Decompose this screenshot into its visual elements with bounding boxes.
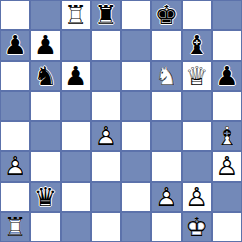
- white-pawn-icon[interactable]: ♟♙: [212, 151, 242, 181]
- square-d8[interactable]: ♜: [91, 0, 121, 30]
- black-king-icon[interactable]: ♚: [151, 0, 181, 30]
- square-g1[interactable]: ♚♔: [182, 212, 212, 242]
- square-c8[interactable]: ♜♖: [61, 0, 91, 30]
- square-h4[interactable]: ♝♗: [212, 121, 242, 151]
- black-queen-icon[interactable]: ♛: [30, 182, 60, 212]
- square-d2[interactable]: [91, 182, 121, 212]
- square-f6[interactable]: ♞♘: [151, 61, 181, 91]
- piece-outline-glyph: ♙: [91, 121, 121, 151]
- piece-outline-glyph: ♙: [0, 151, 30, 181]
- square-c7[interactable]: [61, 30, 91, 60]
- black-bishop-icon[interactable]: ♝: [182, 30, 212, 60]
- square-b7[interactable]: ♟: [30, 30, 60, 60]
- square-g8[interactable]: [182, 0, 212, 30]
- square-g5[interactable]: [182, 91, 212, 121]
- square-a2[interactable]: [0, 182, 30, 212]
- square-h6[interactable]: ♟: [212, 61, 242, 91]
- white-rook-icon[interactable]: ♜♖: [61, 0, 91, 30]
- square-d4[interactable]: ♟♙: [91, 121, 121, 151]
- black-knight-icon[interactable]: ♞: [30, 61, 60, 91]
- square-b4[interactable]: [30, 121, 60, 151]
- square-f4[interactable]: [151, 121, 181, 151]
- piece-glyph: ♝: [182, 30, 212, 60]
- square-b2[interactable]: ♛: [30, 182, 60, 212]
- square-d5[interactable]: [91, 91, 121, 121]
- square-g2[interactable]: ♟♙: [182, 182, 212, 212]
- square-a3[interactable]: ♟♙: [0, 151, 30, 181]
- square-c5[interactable]: [61, 91, 91, 121]
- piece-glyph: ♛: [30, 182, 60, 212]
- piece-outline-glyph: ♔: [182, 212, 212, 242]
- square-a8[interactable]: [0, 0, 30, 30]
- black-pawn-icon[interactable]: ♟: [61, 61, 91, 91]
- piece-outline-glyph: ♖: [0, 212, 30, 242]
- square-a4[interactable]: [0, 121, 30, 151]
- square-h7[interactable]: [212, 30, 242, 60]
- square-g7[interactable]: ♝: [182, 30, 212, 60]
- black-pawn-icon[interactable]: ♟: [30, 30, 60, 60]
- square-h2[interactable]: [212, 182, 242, 212]
- piece-glyph: ♟: [30, 30, 60, 60]
- square-e7[interactable]: [121, 30, 151, 60]
- square-f7[interactable]: [151, 30, 181, 60]
- square-f2[interactable]: ♟♙: [151, 182, 181, 212]
- square-c1[interactable]: [61, 212, 91, 242]
- square-b3[interactable]: [30, 151, 60, 181]
- square-h8[interactable]: [212, 0, 242, 30]
- square-h1[interactable]: [212, 212, 242, 242]
- piece-glyph: ♚: [151, 0, 181, 30]
- square-b1[interactable]: [30, 212, 60, 242]
- square-a7[interactable]: ♟: [0, 30, 30, 60]
- piece-outline-glyph: ♙: [212, 151, 242, 181]
- black-pawn-icon[interactable]: ♟: [212, 61, 242, 91]
- piece-outline-glyph: ♖: [61, 0, 91, 30]
- piece-outline-glyph: ♗: [212, 121, 242, 151]
- square-a5[interactable]: [0, 91, 30, 121]
- square-f8[interactable]: ♚: [151, 0, 181, 30]
- square-g4[interactable]: [182, 121, 212, 151]
- square-c2[interactable]: [61, 182, 91, 212]
- white-pawn-icon[interactable]: ♟♙: [151, 182, 181, 212]
- square-a6[interactable]: [0, 61, 30, 91]
- piece-outline-glyph: ♘: [151, 61, 181, 91]
- piece-outline-glyph: ♕: [182, 61, 212, 91]
- piece-outline-glyph: ♙: [182, 182, 212, 212]
- square-e4[interactable]: [121, 121, 151, 151]
- square-c6[interactable]: ♟: [61, 61, 91, 91]
- piece-glyph: ♟: [0, 30, 30, 60]
- square-a1[interactable]: ♜♖: [0, 212, 30, 242]
- square-b6[interactable]: ♞: [30, 61, 60, 91]
- white-bishop-icon[interactable]: ♝♗: [212, 121, 242, 151]
- square-h5[interactable]: [212, 91, 242, 121]
- white-queen-icon[interactable]: ♛♕: [182, 61, 212, 91]
- black-pawn-icon[interactable]: ♟: [0, 30, 30, 60]
- white-knight-icon[interactable]: ♞♘: [151, 61, 181, 91]
- piece-glyph: ♞: [30, 61, 60, 91]
- piece-glyph: ♟: [61, 61, 91, 91]
- white-pawn-icon[interactable]: ♟♙: [0, 151, 30, 181]
- square-d3[interactable]: [91, 151, 121, 181]
- chess-board: ♜♖♜♚♟♟♝♞♟♞♘♛♕♟♟♙♝♗♟♙♟♙♛♟♙♟♙♜♖♚♔: [0, 0, 242, 242]
- square-e5[interactable]: [121, 91, 151, 121]
- square-d1[interactable]: [91, 212, 121, 242]
- square-c3[interactable]: [61, 151, 91, 181]
- white-rook-icon[interactable]: ♜♖: [0, 212, 30, 242]
- square-b8[interactable]: [30, 0, 60, 30]
- square-d6[interactable]: [91, 61, 121, 91]
- white-king-icon[interactable]: ♚♔: [182, 212, 212, 242]
- square-d7[interactable]: [91, 30, 121, 60]
- black-rook-icon[interactable]: ♜: [91, 0, 121, 30]
- square-f5[interactable]: [151, 91, 181, 121]
- piece-glyph: ♟: [212, 61, 242, 91]
- square-e1[interactable]: [121, 212, 151, 242]
- square-e2[interactable]: [121, 182, 151, 212]
- piece-outline-glyph: ♙: [151, 182, 181, 212]
- white-pawn-icon[interactable]: ♟♙: [182, 182, 212, 212]
- square-e8[interactable]: [121, 0, 151, 30]
- square-h3[interactable]: ♟♙: [212, 151, 242, 181]
- piece-glyph: ♜: [91, 0, 121, 30]
- square-f3[interactable]: [151, 151, 181, 181]
- square-g3[interactable]: [182, 151, 212, 181]
- square-c4[interactable]: [61, 121, 91, 151]
- square-b5[interactable]: [30, 91, 60, 121]
- square-g6[interactable]: ♛♕: [182, 61, 212, 91]
- square-f1[interactable]: [151, 212, 181, 242]
- white-pawn-icon[interactable]: ♟♙: [91, 121, 121, 151]
- square-e6[interactable]: [121, 61, 151, 91]
- square-e3[interactable]: [121, 151, 151, 181]
